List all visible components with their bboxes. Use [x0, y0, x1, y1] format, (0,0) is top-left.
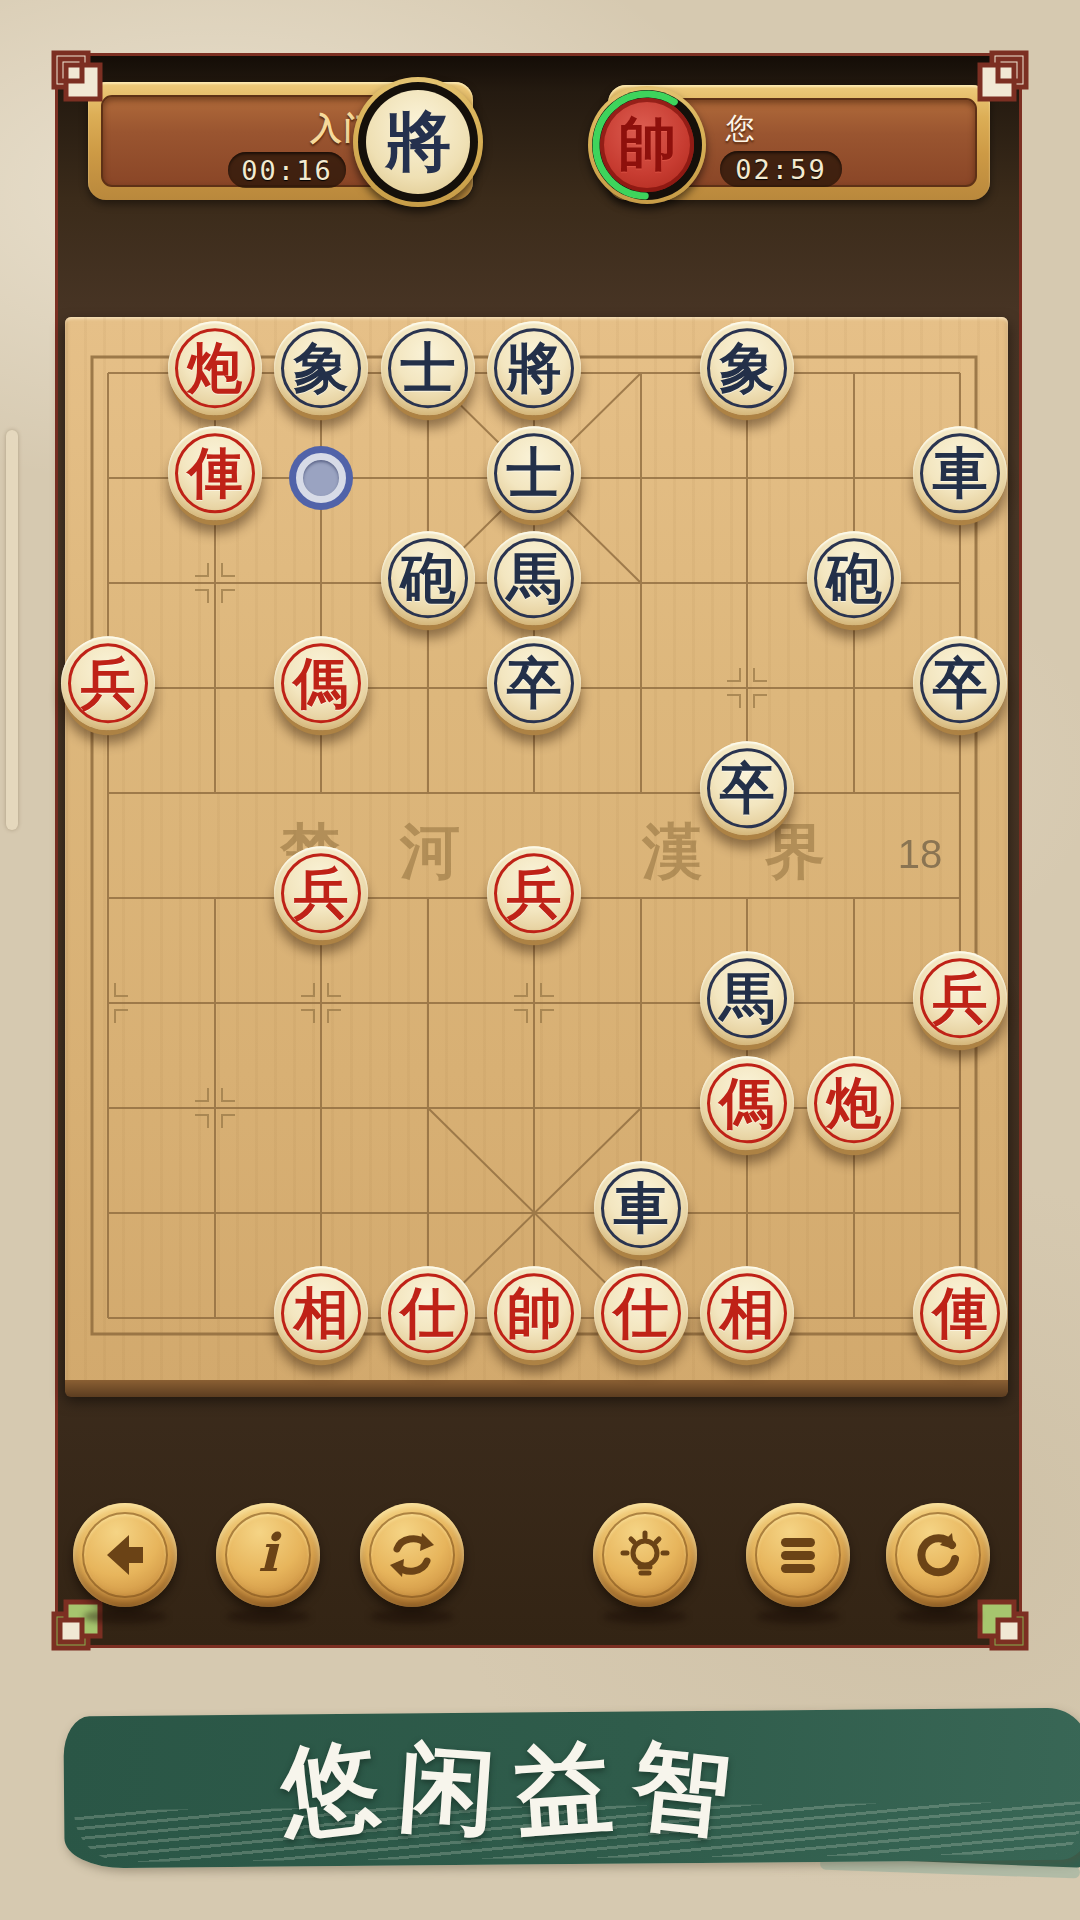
- black-piece-車[interactable]: 車: [913, 426, 1007, 520]
- river-label-char: 漢: [641, 816, 702, 886]
- piece-glyph: 車: [614, 1180, 669, 1235]
- menu-button[interactable]: [746, 1503, 850, 1607]
- red-piece-傌[interactable]: 傌: [700, 1056, 794, 1150]
- black-general-glyph: 將: [385, 97, 451, 187]
- piece-glyph: 兵: [81, 655, 136, 710]
- piece-glyph: 象: [720, 340, 775, 395]
- black-piece-馬[interactable]: 馬: [700, 951, 794, 1045]
- red-piece-兵[interactable]: 兵: [487, 846, 581, 940]
- piece-glyph: 相: [720, 1285, 775, 1340]
- red-piece-相[interactable]: 相: [274, 1266, 368, 1360]
- black-piece-砲[interactable]: 砲: [381, 531, 475, 625]
- piece-glyph: 炮: [188, 340, 243, 395]
- menu-icon: [768, 1525, 828, 1585]
- piece-glyph: 卒: [507, 655, 562, 710]
- piece-glyph: 卒: [720, 760, 775, 815]
- piece-glyph: 兵: [933, 970, 988, 1025]
- piece-glyph: 馬: [507, 550, 562, 605]
- black-piece-士[interactable]: 士: [381, 321, 475, 415]
- piece-glyph: 將: [507, 340, 562, 395]
- piece-glyph: 士: [401, 340, 456, 395]
- opponent-badge-face: 將: [366, 90, 470, 194]
- piece-glyph: 仕: [401, 1285, 456, 1340]
- black-piece-卒[interactable]: 卒: [700, 741, 794, 835]
- swap-sides-icon: [382, 1525, 442, 1585]
- banner-char: 智: [626, 1721, 736, 1861]
- piece-glyph: 俥: [188, 445, 243, 500]
- timer-progress-ring: [588, 86, 706, 204]
- opponent-timer-value: 00:16: [241, 155, 332, 186]
- black-piece-象[interactable]: 象: [274, 321, 368, 415]
- red-piece-兵[interactable]: 兵: [274, 846, 368, 940]
- piece-glyph: 砲: [401, 550, 456, 605]
- red-piece-俥[interactable]: 俥: [913, 1266, 1007, 1360]
- piece-glyph: 炮: [827, 1075, 882, 1130]
- piece-glyph: 兵: [507, 865, 562, 920]
- piece-glyph: 砲: [827, 550, 882, 605]
- piece-glyph: 馬: [720, 970, 775, 1025]
- corner-ornament-bottom-right: [968, 1592, 1040, 1656]
- piece-glyph: 俥: [933, 1285, 988, 1340]
- piece-glyph: 傌: [294, 655, 349, 710]
- piece-glyph: 卒: [933, 655, 988, 710]
- player-timer: 02:59: [720, 151, 842, 187]
- back-arrow-button[interactable]: [73, 1503, 177, 1607]
- banner-char: 闲: [394, 1722, 500, 1859]
- piece-glyph: 帥: [507, 1285, 562, 1340]
- player-name-label: 您: [726, 109, 755, 149]
- corner-ornament-top-left: [40, 45, 112, 109]
- xiangqi-app-screen: { "game": "xiangqi", "header": { "oppone…: [0, 0, 1080, 1920]
- banner-char: 悠: [274, 1720, 386, 1862]
- opponent-timer: 00:16: [228, 152, 346, 188]
- undo-button[interactable]: [886, 1503, 990, 1607]
- red-piece-炮[interactable]: 炮: [168, 321, 262, 415]
- black-piece-卒[interactable]: 卒: [913, 636, 1007, 730]
- piece-glyph: 士: [507, 445, 562, 500]
- black-piece-象[interactable]: 象: [700, 321, 794, 415]
- svg-text:i: i: [258, 1525, 282, 1583]
- piece-glyph: 相: [294, 1285, 349, 1340]
- swap-sides-button[interactable]: [360, 1503, 464, 1607]
- hint-bulb-icon: [615, 1525, 675, 1585]
- piece-glyph: 傌: [720, 1075, 775, 1130]
- move-target-marker[interactable]: [296, 453, 346, 503]
- player-piece-badge: 帥: [588, 86, 706, 204]
- move-number-label: 18: [898, 832, 943, 876]
- banner-char: 益: [511, 1722, 617, 1859]
- red-piece-相[interactable]: 相: [700, 1266, 794, 1360]
- hint-bulb-button[interactable]: [593, 1503, 697, 1607]
- red-piece-傌[interactable]: 傌: [274, 636, 368, 730]
- left-edge-strip: [6, 430, 18, 830]
- red-piece-兵[interactable]: 兵: [61, 636, 155, 730]
- red-piece-炮[interactable]: 炮: [807, 1056, 901, 1150]
- piece-glyph: 仕: [614, 1285, 669, 1340]
- piece-glyph: 兵: [294, 865, 349, 920]
- red-piece-兵[interactable]: 兵: [913, 951, 1007, 1045]
- piece-glyph: 車: [933, 445, 988, 500]
- corner-ornament-top-right: [968, 45, 1040, 109]
- info-button[interactable]: i: [216, 1503, 320, 1607]
- undo-icon: [908, 1525, 968, 1585]
- red-piece-帥[interactable]: 帥: [487, 1266, 581, 1360]
- red-piece-俥[interactable]: 俥: [168, 426, 262, 520]
- black-piece-砲[interactable]: 砲: [807, 531, 901, 625]
- player-timer-value: 02:59: [735, 154, 826, 185]
- opponent-piece-badge: 將: [353, 77, 483, 207]
- info-icon: i: [238, 1525, 298, 1585]
- black-piece-將[interactable]: 將: [487, 321, 581, 415]
- black-piece-卒[interactable]: 卒: [487, 636, 581, 730]
- river-label-char: 河: [399, 816, 460, 886]
- back-arrow-icon: [95, 1525, 155, 1585]
- black-piece-馬[interactable]: 馬: [487, 531, 581, 625]
- piece-glyph: 象: [294, 340, 349, 395]
- black-piece-士[interactable]: 士: [487, 426, 581, 520]
- red-piece-仕[interactable]: 仕: [594, 1266, 688, 1360]
- black-piece-車[interactable]: 車: [594, 1161, 688, 1255]
- red-piece-仕[interactable]: 仕: [381, 1266, 475, 1360]
